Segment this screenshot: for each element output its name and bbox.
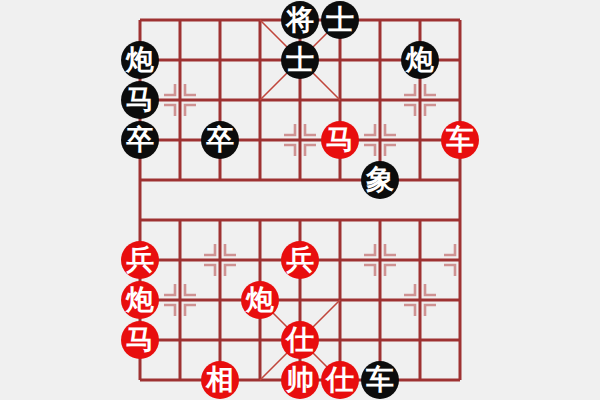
board-point-5-4[interactable] — [320, 160, 360, 200]
board-point-5-5[interactable] — [320, 200, 360, 240]
board-point-0-2[interactable]: 马 — [120, 80, 160, 120]
board-point-1-5[interactable] — [160, 200, 200, 240]
board-point-3-2[interactable] — [240, 80, 280, 120]
board-point-3-8[interactable] — [240, 320, 280, 360]
board-point-3-9[interactable] — [240, 360, 280, 400]
board-point-1-2[interactable] — [160, 80, 200, 120]
board-point-0-6[interactable]: 兵 — [120, 240, 160, 280]
board-point-5-1[interactable] — [320, 40, 360, 80]
black-cannon[interactable]: 炮 — [121, 41, 159, 79]
board-point-8-9[interactable] — [440, 360, 480, 400]
board-point-5-9[interactable]: 仕 — [320, 360, 360, 400]
board-point-1-6[interactable] — [160, 240, 200, 280]
board-point-7-1[interactable]: 炮 — [400, 40, 440, 80]
red-general[interactable]: 帅 — [281, 361, 319, 399]
black-chariot[interactable]: 车 — [361, 361, 399, 399]
board-point-0-5[interactable] — [120, 200, 160, 240]
board-point-7-5[interactable] — [400, 200, 440, 240]
board-point-0-7[interactable]: 炮 — [120, 280, 160, 320]
board-point-1-4[interactable] — [160, 160, 200, 200]
board-point-2-3[interactable]: 卒 — [200, 120, 240, 160]
board-point-4-4[interactable] — [280, 160, 320, 200]
board-point-6-6[interactable] — [360, 240, 400, 280]
board-point-3-1[interactable] — [240, 40, 280, 80]
board-point-4-8[interactable]: 仕 — [280, 320, 320, 360]
board-point-6-3[interactable] — [360, 120, 400, 160]
board-point-4-1[interactable]: 士 — [280, 40, 320, 80]
black-horse[interactable]: 马 — [121, 81, 159, 119]
board-point-1-7[interactable] — [160, 280, 200, 320]
red-cannon[interactable]: 炮 — [121, 281, 159, 319]
black-soldier[interactable]: 卒 — [121, 121, 159, 159]
board-point-4-0[interactable]: 将 — [280, 0, 320, 40]
board-point-6-1[interactable] — [360, 40, 400, 80]
black-elephant[interactable]: 象 — [361, 161, 399, 199]
board-point-4-6[interactable]: 兵 — [280, 240, 320, 280]
board-point-7-2[interactable] — [400, 80, 440, 120]
board-point-2-7[interactable] — [200, 280, 240, 320]
board-point-6-4[interactable]: 象 — [360, 160, 400, 200]
board-point-4-9[interactable]: 帅 — [280, 360, 320, 400]
board-point-7-3[interactable] — [400, 120, 440, 160]
board-point-2-9[interactable]: 相 — [200, 360, 240, 400]
red-advisor[interactable]: 仕 — [281, 321, 319, 359]
board-point-8-4[interactable] — [440, 160, 480, 200]
xiangqi-screen: 将士炮士炮马卒卒马车象兵兵炮炮马仕相帅仕车 — [0, 0, 600, 400]
board-point-8-3[interactable]: 车 — [440, 120, 480, 160]
board-point-5-0[interactable]: 士 — [320, 0, 360, 40]
board-point-0-0[interactable] — [120, 0, 160, 40]
board-point-0-8[interactable]: 马 — [120, 320, 160, 360]
board-point-6-9[interactable]: 车 — [360, 360, 400, 400]
board-point-3-4[interactable] — [240, 160, 280, 200]
red-horse[interactable]: 马 — [121, 321, 159, 359]
board-point-6-5[interactable] — [360, 200, 400, 240]
board-point-6-7[interactable] — [360, 280, 400, 320]
board-point-0-4[interactable] — [120, 160, 160, 200]
board-point-1-8[interactable] — [160, 320, 200, 360]
board-point-4-2[interactable] — [280, 80, 320, 120]
board-point-4-5[interactable] — [280, 200, 320, 240]
board-point-3-6[interactable] — [240, 240, 280, 280]
board-point-7-8[interactable] — [400, 320, 440, 360]
board-point-3-5[interactable] — [240, 200, 280, 240]
board-point-3-0[interactable] — [240, 0, 280, 40]
board-point-7-6[interactable] — [400, 240, 440, 280]
board-point-5-7[interactable] — [320, 280, 360, 320]
board-point-2-0[interactable] — [200, 0, 240, 40]
board-point-7-7[interactable] — [400, 280, 440, 320]
board-point-5-3[interactable]: 马 — [320, 120, 360, 160]
board-point-2-6[interactable] — [200, 240, 240, 280]
board-point-8-6[interactable] — [440, 240, 480, 280]
black-advisor[interactable]: 士 — [281, 41, 319, 79]
red-elephant[interactable]: 相 — [201, 361, 239, 399]
board-point-4-3[interactable] — [280, 120, 320, 160]
board-point-6-2[interactable] — [360, 80, 400, 120]
xiangqi-board: 将士炮士炮马卒卒马车象兵兵炮炮马仕相帅仕车 — [120, 0, 480, 400]
red-soldier[interactable]: 兵 — [281, 241, 319, 279]
board-point-0-3[interactable]: 卒 — [120, 120, 160, 160]
board-point-7-0[interactable] — [400, 0, 440, 40]
board-point-2-1[interactable] — [200, 40, 240, 80]
board-point-8-5[interactable] — [440, 200, 480, 240]
board-point-5-2[interactable] — [320, 80, 360, 120]
board-point-5-6[interactable] — [320, 240, 360, 280]
red-advisor[interactable]: 仕 — [321, 361, 359, 399]
board-point-2-5[interactable] — [200, 200, 240, 240]
board-point-1-9[interactable] — [160, 360, 200, 400]
black-soldier[interactable]: 卒 — [201, 121, 239, 159]
board-point-8-2[interactable] — [440, 80, 480, 120]
board-point-8-1[interactable] — [440, 40, 480, 80]
board-point-1-1[interactable] — [160, 40, 200, 80]
board-point-7-9[interactable] — [400, 360, 440, 400]
board-point-8-0[interactable] — [440, 0, 480, 40]
board-point-2-2[interactable] — [200, 80, 240, 120]
black-general[interactable]: 将 — [281, 1, 319, 39]
board-point-3-7[interactable]: 炮 — [240, 280, 280, 320]
board-point-0-1[interactable]: 炮 — [120, 40, 160, 80]
black-advisor[interactable]: 士 — [321, 1, 359, 39]
black-cannon[interactable]: 炮 — [401, 41, 439, 79]
board-point-0-9[interactable] — [120, 360, 160, 400]
board-point-8-7[interactable] — [440, 280, 480, 320]
board-point-3-3[interactable] — [240, 120, 280, 160]
red-chariot[interactable]: 车 — [441, 121, 479, 159]
board-point-5-8[interactable] — [320, 320, 360, 360]
board-point-6-8[interactable] — [360, 320, 400, 360]
board-point-2-4[interactable] — [200, 160, 240, 200]
red-cannon[interactable]: 炮 — [241, 281, 279, 319]
board-point-4-7[interactable] — [280, 280, 320, 320]
red-soldier[interactable]: 兵 — [121, 241, 159, 279]
board-point-7-4[interactable] — [400, 160, 440, 200]
board-point-6-0[interactable] — [360, 0, 400, 40]
board-point-8-8[interactable] — [440, 320, 480, 360]
board-point-2-8[interactable] — [200, 320, 240, 360]
red-horse[interactable]: 马 — [321, 121, 359, 159]
board-point-1-3[interactable] — [160, 120, 200, 160]
board-point-1-0[interactable] — [160, 0, 200, 40]
